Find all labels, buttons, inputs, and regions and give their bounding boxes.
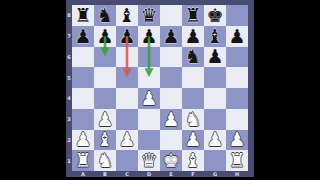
piece-black-bishop-c8: ♝: [116, 5, 138, 26]
square-h4[interactable]: [226, 88, 248, 109]
square-b5[interactable]: [94, 67, 116, 88]
square-c3[interactable]: [116, 109, 138, 130]
file-label-B: B: [94, 171, 116, 177]
square-h1[interactable]: ♜: [226, 150, 248, 171]
square-c2[interactable]: ♟: [116, 130, 138, 151]
square-d3[interactable]: [138, 109, 160, 130]
piece-black-pawn-g6: ♟: [204, 47, 226, 68]
square-d7[interactable]: ♟: [138, 26, 160, 47]
square-c8[interactable]: ♝: [116, 5, 138, 26]
square-e6[interactable]: [160, 47, 182, 68]
square-f1[interactable]: ♝: [182, 150, 204, 171]
piece-white-rook-a1: ♜: [72, 150, 94, 171]
piece-white-bishop-f1: ♝: [182, 150, 204, 171]
piece-black-pawn-a7: ♟: [72, 26, 94, 47]
piece-white-pawn-d4: ♟: [138, 88, 160, 109]
piece-white-knight-f3: ♞: [182, 109, 204, 130]
square-g7[interactable]: ♝: [204, 26, 226, 47]
square-b4[interactable]: [94, 88, 116, 109]
square-e1[interactable]: ♚: [160, 150, 182, 171]
square-g1[interactable]: [204, 150, 226, 171]
square-b2[interactable]: ♝: [94, 130, 116, 151]
piece-white-pawn-f2: ♟: [182, 130, 204, 151]
piece-white-pawn-h2: ♟: [226, 130, 248, 151]
square-a3[interactable]: [72, 109, 94, 130]
square-g3[interactable]: [204, 109, 226, 130]
square-a6[interactable]: [72, 47, 94, 68]
square-h5[interactable]: [226, 67, 248, 88]
square-c1[interactable]: [116, 150, 138, 171]
square-e8[interactable]: [160, 5, 182, 26]
piece-black-pawn-d7: ♟: [138, 26, 160, 47]
square-f8[interactable]: ♜: [182, 5, 204, 26]
square-f6[interactable]: ♞: [182, 47, 204, 68]
square-e3[interactable]: ♟: [160, 109, 182, 130]
square-d2[interactable]: [138, 130, 160, 151]
piece-white-king-e1: ♚: [160, 150, 182, 171]
square-a4[interactable]: [72, 88, 94, 109]
piece-black-pawn-h7: ♟: [226, 26, 248, 47]
square-g6[interactable]: ♟: [204, 47, 226, 68]
square-d6[interactable]: [138, 47, 160, 68]
file-label-F: F: [182, 171, 204, 177]
file-label-C: C: [116, 171, 138, 177]
piece-black-knight-f6: ♞: [182, 47, 204, 68]
piece-black-pawn-c7: ♟: [116, 26, 138, 47]
square-b8[interactable]: ♞: [94, 5, 116, 26]
square-a2[interactable]: ♟: [72, 130, 94, 151]
piece-white-rook-h1: ♜: [226, 150, 248, 171]
square-e5[interactable]: [160, 67, 182, 88]
square-g8[interactable]: ♚: [204, 5, 226, 26]
square-d8[interactable]: ♛: [138, 5, 160, 26]
piece-white-pawn-g2: ♟: [204, 130, 226, 151]
square-e2[interactable]: [160, 130, 182, 151]
square-a5[interactable]: [72, 67, 94, 88]
piece-black-king-g8: ♚: [204, 5, 226, 26]
piece-white-queen-d1: ♛: [138, 150, 160, 171]
square-h6[interactable]: [226, 47, 248, 68]
square-h2[interactable]: ♟: [226, 130, 248, 151]
square-b6[interactable]: [94, 47, 116, 68]
piece-black-queen-d8: ♛: [138, 5, 160, 26]
square-b3[interactable]: ♟: [94, 109, 116, 130]
square-a7[interactable]: ♟: [72, 26, 94, 47]
piece-black-rook-a8: ♜: [72, 5, 94, 26]
square-c5[interactable]: [116, 67, 138, 88]
file-label-G: G: [204, 171, 226, 177]
square-d5[interactable]: [138, 67, 160, 88]
square-c7[interactable]: ♟: [116, 26, 138, 47]
square-f3[interactable]: ♞: [182, 109, 204, 130]
piece-white-pawn-e3: ♟: [160, 109, 182, 130]
piece-black-rook-f8: ♜: [182, 5, 204, 26]
piece-white-pawn-a2: ♟: [72, 130, 94, 151]
square-h8[interactable]: [226, 5, 248, 26]
piece-white-knight-b1: ♞: [94, 150, 116, 171]
square-e4[interactable]: [160, 88, 182, 109]
square-f4[interactable]: [182, 88, 204, 109]
square-a1[interactable]: ♜: [72, 150, 94, 171]
chess-board: 87654321 ♜♞♝♛♜♚♟♟♟♟♟♟♝♟♞♟♟♟♟♞♟♝♟♟♟♟♜♞♛♚♝…: [66, 0, 254, 177]
piece-black-bishop-g7: ♝: [204, 26, 226, 47]
square-e7[interactable]: ♟: [160, 26, 182, 47]
piece-white-bishop-b2: ♝: [94, 130, 116, 151]
file-label-D: D: [138, 171, 160, 177]
square-b7[interactable]: ♟: [94, 26, 116, 47]
square-c6[interactable]: [116, 47, 138, 68]
square-f5[interactable]: [182, 67, 204, 88]
square-b1[interactable]: ♞: [94, 150, 116, 171]
square-f7[interactable]: ♟: [182, 26, 204, 47]
piece-black-pawn-f7: ♟: [182, 26, 204, 47]
board-squares: ♜♞♝♛♜♚♟♟♟♟♟♟♝♟♞♟♟♟♟♞♟♝♟♟♟♟♜♞♛♚♝♜: [72, 5, 248, 171]
file-label-H: H: [226, 171, 248, 177]
square-d4[interactable]: ♟: [138, 88, 160, 109]
square-h7[interactable]: ♟: [226, 26, 248, 47]
square-h3[interactable]: [226, 109, 248, 130]
square-g5[interactable]: [204, 67, 226, 88]
square-g2[interactable]: ♟: [204, 130, 226, 151]
file-label-E: E: [160, 171, 182, 177]
file-label-A: A: [72, 171, 94, 177]
square-g4[interactable]: [204, 88, 226, 109]
file-labels: ABCDEFGH: [72, 171, 248, 177]
piece-black-pawn-e7: ♟: [160, 26, 182, 47]
piece-white-pawn-b3: ♟: [94, 109, 116, 130]
square-a8[interactable]: ♜: [72, 5, 94, 26]
piece-white-pawn-c2: ♟: [116, 130, 138, 151]
piece-black-knight-b8: ♞: [94, 5, 116, 26]
square-d1[interactable]: ♛: [138, 150, 160, 171]
square-f2[interactable]: ♟: [182, 130, 204, 151]
square-c4[interactable]: [116, 88, 138, 109]
piece-black-pawn-b7: ♟: [94, 26, 116, 47]
